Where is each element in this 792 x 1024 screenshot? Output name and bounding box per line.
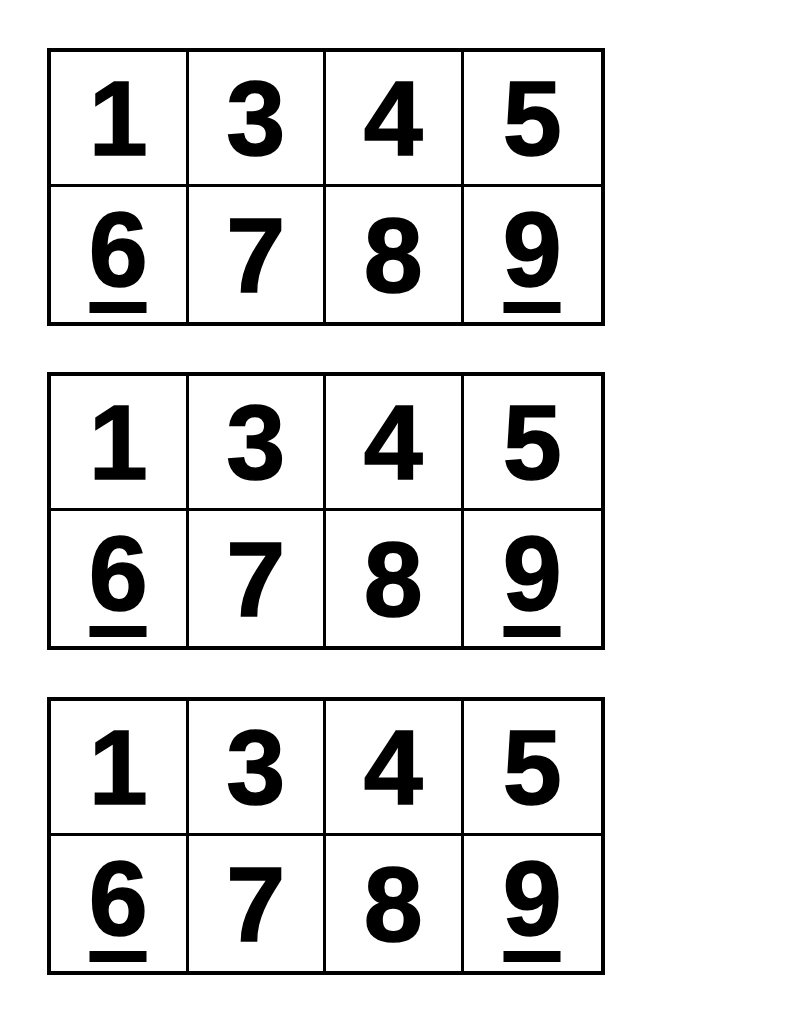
card-digit: 9 — [503, 520, 562, 626]
number-card-5: 5 — [464, 376, 602, 511]
number-card-7: 7 — [189, 836, 327, 971]
number-card-6: 6 — [51, 836, 189, 971]
card-digit: 8 — [364, 202, 423, 308]
number-card-8: 8 — [326, 187, 464, 322]
number-card-9: 9 — [464, 836, 602, 971]
card-digit: 3 — [226, 389, 285, 495]
number-card-3: 3 — [189, 376, 327, 511]
card-digit: 6 — [89, 520, 148, 626]
number-card-5: 5 — [464, 52, 602, 187]
card-digit: 9 — [503, 845, 562, 951]
card-digit: 7 — [226, 202, 285, 308]
card-digit: 8 — [364, 526, 423, 632]
number-card-1: 1 — [51, 52, 189, 187]
number-card-3: 3 — [189, 52, 327, 187]
number-card-6: 6 — [51, 511, 189, 646]
card-digit: 9 — [503, 196, 562, 302]
card-digit: 7 — [226, 526, 285, 632]
card-digit: 7 — [226, 851, 285, 957]
number-card-8: 8 — [326, 511, 464, 646]
orientation-underline — [504, 626, 561, 637]
orientation-underline — [90, 302, 147, 313]
card-digit: 5 — [503, 714, 562, 820]
worksheet-page: 13456789 13456789 13456789 — [0, 0, 792, 1024]
orientation-underline — [90, 626, 147, 637]
number-card-6: 6 — [51, 187, 189, 322]
card-digit: 6 — [89, 196, 148, 302]
number-card-1: 1 — [51, 376, 189, 511]
number-card-grid-1: 13456789 — [47, 48, 605, 326]
number-card-9: 9 — [464, 511, 602, 646]
orientation-underline — [504, 951, 561, 962]
number-card-7: 7 — [189, 187, 327, 322]
number-card-4: 4 — [326, 701, 464, 836]
card-digit: 4 — [364, 389, 423, 495]
card-digit: 1 — [89, 65, 148, 171]
number-card-1: 1 — [51, 701, 189, 836]
card-digit: 5 — [503, 389, 562, 495]
card-digit: 3 — [226, 714, 285, 820]
orientation-underline — [504, 302, 561, 313]
orientation-underline — [90, 951, 147, 962]
number-card-7: 7 — [189, 511, 327, 646]
card-digit: 5 — [503, 65, 562, 171]
number-card-4: 4 — [326, 376, 464, 511]
number-card-grid-2: 13456789 — [47, 372, 605, 650]
card-digit: 6 — [89, 845, 148, 951]
number-card-8: 8 — [326, 836, 464, 971]
number-card-4: 4 — [326, 52, 464, 187]
number-card-3: 3 — [189, 701, 327, 836]
number-card-9: 9 — [464, 187, 602, 322]
card-digit: 4 — [364, 65, 423, 171]
card-digit: 4 — [364, 714, 423, 820]
number-card-5: 5 — [464, 701, 602, 836]
number-card-grid-3: 13456789 — [47, 697, 605, 975]
card-digit: 3 — [226, 65, 285, 171]
card-digit: 1 — [89, 714, 148, 820]
card-digit: 1 — [89, 389, 148, 495]
card-digit: 8 — [364, 851, 423, 957]
